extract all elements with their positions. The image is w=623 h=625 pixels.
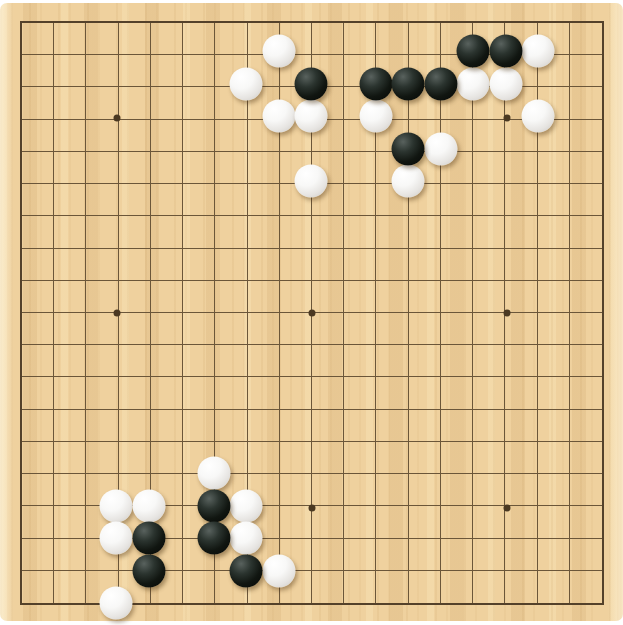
board-intersection-cell[interactable] [441, 281, 473, 313]
board-intersection-cell[interactable] [86, 184, 118, 216]
board-intersection-cell[interactable] [22, 216, 54, 248]
board-intersection-cell[interactable] [183, 410, 215, 442]
black-stone [392, 132, 425, 165]
board-intersection-cell[interactable] [505, 571, 537, 603]
black-stone [197, 489, 230, 522]
board-intersection-cell[interactable] [22, 281, 54, 313]
board-intersection-cell[interactable] [344, 184, 376, 216]
board-intersection-cell[interactable] [151, 184, 183, 216]
board-intersection-cell[interactable] [54, 345, 86, 377]
board-intersection-cell[interactable] [441, 249, 473, 281]
board-intersection-cell[interactable] [376, 377, 408, 409]
board-intersection-cell[interactable] [538, 313, 570, 345]
board-intersection-cell[interactable] [22, 249, 54, 281]
board-intersection-cell[interactable] [183, 55, 215, 87]
board-intersection-cell[interactable] [409, 249, 441, 281]
board-intersection-cell[interactable] [376, 23, 408, 55]
board-intersection-cell[interactable] [54, 152, 86, 184]
board-intersection-cell[interactable] [570, 442, 602, 474]
board-intersection-cell[interactable] [54, 55, 86, 87]
board-intersection-cell[interactable] [409, 345, 441, 377]
white-stone [424, 132, 457, 165]
board-intersection-cell[interactable] [86, 55, 118, 87]
board-intersection-cell[interactable] [570, 539, 602, 571]
board-intersection-cell[interactable] [248, 184, 280, 216]
board-intersection-cell[interactable] [119, 120, 151, 152]
board-intersection-cell[interactable] [376, 442, 408, 474]
board-intersection-cell[interactable] [54, 506, 86, 538]
board-intersection-cell[interactable] [441, 184, 473, 216]
board-intersection-cell[interactable] [215, 120, 247, 152]
white-stone [230, 67, 263, 100]
board-intersection-cell[interactable] [473, 377, 505, 409]
board-intersection-cell[interactable] [280, 377, 312, 409]
board-intersection-cell[interactable] [215, 377, 247, 409]
board-intersection-cell[interactable] [538, 345, 570, 377]
board-intersection-cell[interactable] [570, 216, 602, 248]
board-intersection-cell[interactable] [538, 506, 570, 538]
board-intersection-cell[interactable] [441, 377, 473, 409]
board-intersection-cell[interactable] [344, 410, 376, 442]
board-intersection-cell[interactable] [54, 120, 86, 152]
board-intersection-cell[interactable] [473, 539, 505, 571]
board-intersection-cell[interactable] [538, 184, 570, 216]
board-intersection-cell[interactable] [505, 249, 537, 281]
board-intersection-cell[interactable] [248, 313, 280, 345]
board-intersection-cell[interactable] [119, 410, 151, 442]
board-intersection-cell[interactable] [119, 184, 151, 216]
board-intersection-cell[interactable] [183, 152, 215, 184]
board-intersection-cell[interactable] [570, 506, 602, 538]
board-intersection-cell[interactable] [409, 442, 441, 474]
white-stone [230, 522, 263, 555]
board-intersection-cell[interactable] [119, 377, 151, 409]
board-intersection-cell[interactable] [280, 345, 312, 377]
board-intersection-cell[interactable] [473, 506, 505, 538]
board-intersection-cell[interactable] [215, 152, 247, 184]
board-intersection-cell[interactable] [183, 313, 215, 345]
board-intersection-cell[interactable] [54, 377, 86, 409]
board-intersection-cell[interactable] [119, 55, 151, 87]
board-intersection-cell[interactable] [86, 281, 118, 313]
board-intersection-cell[interactable] [119, 152, 151, 184]
board-intersection-cell[interactable] [183, 249, 215, 281]
board-intersection-cell[interactable] [280, 281, 312, 313]
board-intersection-cell[interactable] [473, 345, 505, 377]
board-intersection-cell[interactable] [344, 442, 376, 474]
white-stone [132, 489, 165, 522]
white-stone [489, 67, 522, 100]
board-intersection-cell[interactable] [215, 313, 247, 345]
board-intersection-cell[interactable] [86, 410, 118, 442]
white-stone [522, 35, 555, 68]
board-intersection-cell[interactable] [215, 184, 247, 216]
board-intersection-cell[interactable] [409, 377, 441, 409]
white-stone [230, 489, 263, 522]
board-intersection-cell[interactable] [86, 313, 118, 345]
board-intersection-cell[interactable] [409, 23, 441, 55]
board-intersection-cell[interactable] [119, 313, 151, 345]
board-intersection-cell[interactable] [86, 120, 118, 152]
play-area [20, 21, 604, 605]
board-intersection-cell[interactable] [119, 281, 151, 313]
board-intersection-cell[interactable] [473, 120, 505, 152]
board-intersection-cell[interactable] [215, 249, 247, 281]
board-intersection-cell[interactable] [248, 345, 280, 377]
white-stone [100, 522, 133, 555]
board-intersection-cell[interactable] [248, 281, 280, 313]
board-intersection-cell[interactable] [22, 571, 54, 603]
board-intersection-cell[interactable] [119, 442, 151, 474]
board-intersection-cell[interactable] [344, 23, 376, 55]
board-intersection-cell[interactable] [248, 410, 280, 442]
board-intersection-cell[interactable] [22, 442, 54, 474]
board-intersection-cell[interactable] [22, 539, 54, 571]
board-intersection-cell[interactable] [441, 506, 473, 538]
board-intersection-cell[interactable] [86, 345, 118, 377]
go-board [0, 3, 623, 621]
board-intersection-cell[interactable] [538, 249, 570, 281]
board-intersection-cell[interactable] [22, 152, 54, 184]
board-intersection-cell[interactable] [22, 184, 54, 216]
board-intersection-cell[interactable] [473, 474, 505, 506]
board-intersection-cell[interactable] [86, 152, 118, 184]
board-intersection-cell[interactable] [312, 474, 344, 506]
board-intersection-cell[interactable] [22, 474, 54, 506]
board-intersection-cell[interactable] [409, 506, 441, 538]
board-intersection-cell[interactable] [183, 281, 215, 313]
board-intersection-cell[interactable] [119, 23, 151, 55]
board-intersection-cell[interactable] [441, 539, 473, 571]
board-intersection-cell[interactable] [183, 87, 215, 119]
board-intersection-cell[interactable] [183, 571, 215, 603]
board-intersection-cell[interactable] [54, 313, 86, 345]
board-intersection-cell[interactable] [344, 216, 376, 248]
board-intersection-cell[interactable] [22, 313, 54, 345]
board-intersection-cell[interactable] [538, 152, 570, 184]
board-intersection-cell[interactable] [473, 216, 505, 248]
board-intersection-cell[interactable] [22, 23, 54, 55]
board-intersection-cell[interactable] [151, 377, 183, 409]
board-intersection-cell[interactable] [376, 281, 408, 313]
board-intersection-cell[interactable] [538, 216, 570, 248]
board-intersection-cell[interactable] [570, 410, 602, 442]
white-stone [100, 489, 133, 522]
board-intersection-cell[interactable] [248, 377, 280, 409]
board-intersection-cell[interactable] [344, 281, 376, 313]
board-intersection-cell[interactable] [505, 506, 537, 538]
board-intersection-cell[interactable] [376, 216, 408, 248]
board-intersection-cell[interactable] [151, 55, 183, 87]
board-intersection-cell[interactable] [441, 474, 473, 506]
board-intersection-cell[interactable] [280, 442, 312, 474]
board-intersection-cell[interactable] [22, 345, 54, 377]
board-intersection-cell[interactable] [376, 313, 408, 345]
board-intersection-cell[interactable] [280, 249, 312, 281]
board-intersection-cell[interactable] [119, 216, 151, 248]
board-intersection-cell[interactable] [505, 184, 537, 216]
board-intersection-cell[interactable] [312, 345, 344, 377]
white-stone [100, 587, 133, 620]
board-intersection-cell[interactable] [151, 345, 183, 377]
board-intersection-cell[interactable] [538, 281, 570, 313]
black-stone [489, 35, 522, 68]
board-intersection-cell[interactable] [183, 120, 215, 152]
board-intersection-cell[interactable] [54, 474, 86, 506]
board-intersection-cell[interactable] [505, 442, 537, 474]
board-intersection-cell[interactable] [505, 313, 537, 345]
board-intersection-cell[interactable] [473, 281, 505, 313]
board-intersection-cell[interactable] [280, 216, 312, 248]
board-intersection-cell[interactable] [312, 410, 344, 442]
board-intersection-cell[interactable] [505, 281, 537, 313]
board-intersection-cell[interactable] [22, 55, 54, 87]
board-intersection-cell[interactable] [248, 152, 280, 184]
white-stone [197, 457, 230, 490]
board-intersection-cell[interactable] [86, 87, 118, 119]
board-intersection-cell[interactable] [54, 23, 86, 55]
white-stone [457, 67, 490, 100]
board-intersection-cell[interactable] [215, 23, 247, 55]
board-intersection-cell[interactable] [215, 345, 247, 377]
board-intersection-cell[interactable] [441, 216, 473, 248]
board-intersection-cell[interactable] [570, 345, 602, 377]
board-intersection-cell[interactable] [570, 55, 602, 87]
board-intersection-cell[interactable] [570, 313, 602, 345]
board-intersection-cell[interactable] [473, 249, 505, 281]
board-intersection-cell[interactable] [344, 377, 376, 409]
board-intersection-cell[interactable] [183, 23, 215, 55]
board-intersection-cell[interactable] [409, 539, 441, 571]
board-intersection-cell[interactable] [215, 410, 247, 442]
board-intersection-cell[interactable] [151, 152, 183, 184]
board-intersection-cell[interactable] [151, 23, 183, 55]
black-stone [457, 35, 490, 68]
board-intersection-cell[interactable] [376, 539, 408, 571]
board-intersection-cell[interactable] [441, 313, 473, 345]
board-intersection-cell[interactable] [151, 281, 183, 313]
board-intersection-cell[interactable] [570, 377, 602, 409]
board-intersection-cell[interactable] [151, 87, 183, 119]
board-intersection-cell[interactable] [54, 442, 86, 474]
board-intersection-cell[interactable] [22, 377, 54, 409]
board-intersection-cell[interactable] [312, 442, 344, 474]
board-intersection-cell[interactable] [151, 120, 183, 152]
board-intersection-cell[interactable] [54, 281, 86, 313]
board-intersection-cell[interactable] [505, 410, 537, 442]
board-intersection-cell[interactable] [344, 506, 376, 538]
star-point [114, 310, 121, 317]
board-intersection-cell[interactable] [473, 571, 505, 603]
board-intersection-cell[interactable] [538, 410, 570, 442]
board-intersection-cell[interactable] [409, 410, 441, 442]
white-stone [295, 100, 328, 133]
board-intersection-cell[interactable] [505, 377, 537, 409]
board-intersection-cell[interactable] [570, 152, 602, 184]
board-intersection-cell[interactable] [505, 539, 537, 571]
board-intersection-cell[interactable] [376, 345, 408, 377]
board-intersection-cell[interactable] [312, 571, 344, 603]
white-stone [262, 35, 295, 68]
board-intersection-cell[interactable] [54, 87, 86, 119]
board-intersection-cell[interactable] [473, 152, 505, 184]
board-intersection-cell[interactable] [570, 23, 602, 55]
black-stone [132, 554, 165, 587]
board-intersection-cell[interactable] [54, 571, 86, 603]
board-intersection-cell[interactable] [441, 571, 473, 603]
board-intersection-cell[interactable] [248, 249, 280, 281]
board-intersection-cell[interactable] [376, 506, 408, 538]
board-intersection-cell[interactable] [54, 184, 86, 216]
board-intersection-cell[interactable] [151, 313, 183, 345]
board-intersection-cell[interactable] [344, 313, 376, 345]
board-intersection-cell[interactable] [22, 410, 54, 442]
board-intersection-cell[interactable] [538, 571, 570, 603]
board-intersection-cell[interactable] [570, 87, 602, 119]
board-intersection-cell[interactable] [151, 216, 183, 248]
star-point [503, 115, 510, 122]
board-intersection-cell[interactable] [505, 474, 537, 506]
board-intersection-cell[interactable] [505, 216, 537, 248]
board-intersection-cell[interactable] [473, 184, 505, 216]
board-intersection-cell[interactable] [312, 539, 344, 571]
board-intersection-cell[interactable] [409, 474, 441, 506]
board-intersection-cell[interactable] [538, 377, 570, 409]
black-stone [359, 67, 392, 100]
board-intersection-cell[interactable] [151, 410, 183, 442]
board-intersection-cell[interactable] [215, 281, 247, 313]
board-intersection-cell[interactable] [54, 410, 86, 442]
board-intersection-cell[interactable] [570, 571, 602, 603]
board-intersection-cell[interactable] [473, 313, 505, 345]
go-app-stage [0, 0, 623, 625]
board-intersection-cell[interactable] [344, 152, 376, 184]
board-intersection-cell[interactable] [441, 410, 473, 442]
board-intersection-cell[interactable] [22, 120, 54, 152]
board-intersection-cell[interactable] [151, 249, 183, 281]
board-intersection-cell[interactable] [441, 442, 473, 474]
board-intersection-cell[interactable] [473, 442, 505, 474]
board-intersection-cell[interactable] [538, 539, 570, 571]
white-stone [392, 165, 425, 198]
board-intersection-cell[interactable] [570, 281, 602, 313]
black-stone [424, 67, 457, 100]
board-intersection-cell[interactable] [22, 506, 54, 538]
board-intersection-cell[interactable] [312, 313, 344, 345]
board-intersection-cell[interactable] [409, 571, 441, 603]
board-intersection-cell[interactable] [312, 506, 344, 538]
board-intersection-cell[interactable] [344, 539, 376, 571]
white-stone [262, 100, 295, 133]
board-intersection-cell[interactable] [409, 281, 441, 313]
board-intersection-cell[interactable] [409, 313, 441, 345]
star-point [309, 310, 316, 317]
board-intersection-cell[interactable] [86, 216, 118, 248]
board-intersection-cell[interactable] [570, 249, 602, 281]
star-point [503, 310, 510, 317]
board-intersection-cell[interactable] [183, 216, 215, 248]
black-stone [197, 522, 230, 555]
board-intersection-cell[interactable] [54, 539, 86, 571]
board-intersection-cell[interactable] [409, 216, 441, 248]
board-intersection-cell[interactable] [54, 216, 86, 248]
board-intersection-cell[interactable] [344, 571, 376, 603]
star-point [114, 115, 121, 122]
board-intersection-cell[interactable] [183, 345, 215, 377]
board-intersection-cell[interactable] [280, 313, 312, 345]
board-intersection-cell[interactable] [376, 410, 408, 442]
board-intersection-cell[interactable] [86, 249, 118, 281]
board-intersection-cell[interactable] [183, 377, 215, 409]
board-intersection-cell[interactable] [312, 23, 344, 55]
black-stone [295, 67, 328, 100]
board-intersection-cell[interactable] [215, 216, 247, 248]
board-intersection-cell[interactable] [119, 249, 151, 281]
board-intersection-cell[interactable] [86, 442, 118, 474]
board-intersection-cell[interactable] [344, 474, 376, 506]
board-intersection-cell[interactable] [54, 249, 86, 281]
board-intersection-cell[interactable] [86, 377, 118, 409]
star-point [503, 504, 510, 511]
board-intersection-cell[interactable] [473, 410, 505, 442]
board-intersection-cell[interactable] [312, 249, 344, 281]
board-intersection-cell[interactable] [441, 345, 473, 377]
board-intersection-cell[interactable] [312, 216, 344, 248]
board-intersection-cell[interactable] [280, 410, 312, 442]
board-intersection-cell[interactable] [376, 474, 408, 506]
board-intersection-cell[interactable] [505, 345, 537, 377]
board-intersection-cell[interactable] [505, 152, 537, 184]
black-stone [392, 67, 425, 100]
white-stone [295, 165, 328, 198]
board-intersection-cell[interactable] [183, 184, 215, 216]
board-intersection-cell[interactable] [344, 345, 376, 377]
board-intersection-cell[interactable] [538, 474, 570, 506]
board-intersection-cell[interactable] [570, 474, 602, 506]
board-intersection-cell[interactable] [86, 23, 118, 55]
board-intersection-cell[interactable] [248, 216, 280, 248]
board-intersection-cell[interactable] [248, 442, 280, 474]
board-intersection-cell[interactable] [570, 120, 602, 152]
board-intersection-cell[interactable] [151, 442, 183, 474]
black-stone [230, 554, 263, 587]
board-intersection-cell[interactable] [22, 87, 54, 119]
board-intersection-cell[interactable] [538, 442, 570, 474]
board-intersection-cell[interactable] [312, 377, 344, 409]
board-intersection-cell[interactable] [280, 474, 312, 506]
board-intersection-cell[interactable] [119, 345, 151, 377]
white-stone [262, 554, 295, 587]
star-point [309, 504, 316, 511]
board-intersection-cell[interactable] [376, 249, 408, 281]
board-intersection-cell[interactable] [344, 249, 376, 281]
black-stone [132, 522, 165, 555]
white-stone [522, 100, 555, 133]
board-intersection-cell[interactable] [312, 281, 344, 313]
white-stone [359, 100, 392, 133]
board-intersection-cell[interactable] [376, 571, 408, 603]
board-intersection-cell[interactable] [570, 184, 602, 216]
board-intersection-cell[interactable] [119, 87, 151, 119]
board-intersection-cell[interactable] [280, 506, 312, 538]
